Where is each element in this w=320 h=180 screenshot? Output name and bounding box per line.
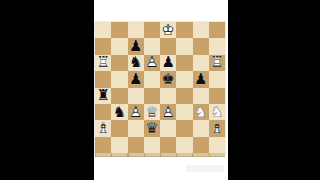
square-f3 <box>176 104 192 120</box>
square-a3 <box>95 104 111 120</box>
black-pawn-icon: ♟ <box>160 55 176 71</box>
square-g4 <box>193 88 209 104</box>
square-g6 <box>193 55 209 71</box>
square-h7 <box>209 38 225 54</box>
white-knight-icon: ♞♘ <box>193 104 209 120</box>
black-knight-icon: ♞ <box>128 55 144 71</box>
black-knight-icon: ♞ <box>111 104 127 120</box>
white-rook-icon: ♜♖ <box>209 55 225 71</box>
square-d5 <box>144 71 160 87</box>
square-d4 <box>144 88 160 104</box>
square-f4 <box>176 88 192 104</box>
square-e4 <box>160 88 176 104</box>
white-pawn-icon: ♟♙ <box>144 55 160 71</box>
square-f1 <box>176 137 192 153</box>
square-a2: ♝♗ <box>95 120 111 136</box>
black-pawn-icon: ♟ <box>128 38 144 54</box>
square-g2 <box>193 120 209 136</box>
square-b5 <box>111 71 127 87</box>
square-f6 <box>176 55 192 71</box>
square-a1 <box>95 137 111 153</box>
square-h4 <box>209 88 225 104</box>
square-c6: ♞ <box>128 55 144 71</box>
white-queen-icon: ♛♕ <box>144 104 160 120</box>
square-a8 <box>95 22 111 38</box>
square-h2: ♝♗ <box>209 120 225 136</box>
square-h3: ♞♘ <box>209 104 225 120</box>
black-pawn-icon: ♟ <box>128 71 144 87</box>
square-b3: ♞ <box>111 104 127 120</box>
white-bishop-icon: ♝♗ <box>95 120 111 136</box>
square-f5 <box>176 71 192 87</box>
square-g8 <box>193 22 209 38</box>
square-a6: ♜♖ <box>95 55 111 71</box>
black-king-icon: ♚ <box>160 71 176 87</box>
square-f8 <box>176 22 192 38</box>
square-c1 <box>128 137 144 153</box>
square-e6: ♟ <box>160 55 176 71</box>
square-c7: ♟ <box>128 38 144 54</box>
letterbox-right <box>228 0 320 180</box>
square-f7 <box>176 38 192 54</box>
square-g7 <box>193 38 209 54</box>
square-d1 <box>144 137 160 153</box>
square-b1 <box>111 137 127 153</box>
square-f2 <box>176 120 192 136</box>
square-d8 <box>144 22 160 38</box>
square-c3: ♟♙ <box>128 104 144 120</box>
square-a4: ♜ <box>95 88 111 104</box>
square-d6: ♟♙ <box>144 55 160 71</box>
square-e3: ♟♙ <box>160 104 176 120</box>
white-knight-icon: ♞♘ <box>209 104 225 120</box>
square-a7 <box>95 38 111 54</box>
square-e2 <box>160 120 176 136</box>
square-c8 <box>128 22 144 38</box>
square-a5 <box>95 71 111 87</box>
square-c4 <box>128 88 144 104</box>
square-e8: ♚♔ <box>160 22 176 38</box>
square-g3: ♞♘ <box>193 104 209 120</box>
black-pawn-icon: ♟ <box>193 71 209 87</box>
square-h1 <box>209 137 225 153</box>
square-e5: ♚ <box>160 71 176 87</box>
white-bishop-icon: ♝♗ <box>209 120 225 136</box>
square-g1 <box>193 137 209 153</box>
white-rook-icon: ♜♖ <box>95 55 111 71</box>
square-b6 <box>111 55 127 71</box>
black-queen-icon: ♛ <box>144 120 160 136</box>
square-h6: ♜♖ <box>209 55 225 71</box>
square-d3: ♛♕ <box>144 104 160 120</box>
square-b2 <box>111 120 127 136</box>
letterbox-left <box>0 0 94 180</box>
content-area: ♚♔♟♜♖♞♟♙♟♜♖♟♚♟♜♞♟♙♛♕♟♙♞♘♞♘♝♗♛♝♗ <box>94 0 228 180</box>
square-b7 <box>111 38 127 54</box>
square-d2: ♛ <box>144 120 160 136</box>
white-pawn-icon: ♟♙ <box>128 104 144 120</box>
white-pawn-icon: ♟♙ <box>160 104 176 120</box>
chess-board: ♚♔♟♜♖♞♟♙♟♜♖♟♚♟♜♞♟♙♛♕♟♙♞♘♞♘♝♗♛♝♗ <box>95 22 225 153</box>
square-d7 <box>144 38 160 54</box>
square-g5: ♟ <box>193 71 209 87</box>
square-c2 <box>128 120 144 136</box>
square-h5 <box>209 71 225 87</box>
square-c5: ♟ <box>128 71 144 87</box>
square-h8 <box>209 22 225 38</box>
square-e7 <box>160 38 176 54</box>
video-frame: ♚♔♟♜♖♞♟♙♟♜♖♟♚♟♜♞♟♙♛♕♟♙♞♘♞♘♝♗♛♝♗ <box>0 0 320 180</box>
watermark <box>186 165 224 172</box>
square-e1 <box>160 137 176 153</box>
square-b8 <box>111 22 127 38</box>
black-rook-icon: ♜ <box>95 88 111 104</box>
board-bottom-edge <box>95 153 225 157</box>
square-b4 <box>111 88 127 104</box>
white-king-icon: ♚♔ <box>160 22 176 38</box>
